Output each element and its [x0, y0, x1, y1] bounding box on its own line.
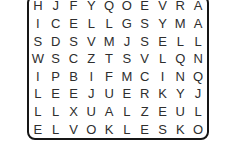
- grid-cell[interactable]: M: [100, 32, 118, 50]
- grid-cell[interactable]: O: [118, 0, 136, 15]
- grid-cell[interactable]: I: [29, 68, 47, 86]
- grid-cell[interactable]: L: [82, 15, 100, 33]
- grid-cell[interactable]: F: [100, 68, 118, 86]
- grid-cell[interactable]: U: [82, 103, 100, 121]
- grid-cell[interactable]: S: [136, 32, 154, 50]
- grid-cell[interactable]: C: [65, 50, 83, 68]
- grid-cell[interactable]: E: [154, 32, 172, 50]
- grid-cell[interactable]: B: [65, 68, 83, 86]
- grid-cell[interactable]: P: [47, 68, 65, 86]
- grid-cell[interactable]: J: [118, 32, 136, 50]
- grid-cell[interactable]: T: [100, 50, 118, 68]
- grid-cell[interactable]: V: [82, 32, 100, 50]
- grid-cell[interactable]: S: [29, 32, 47, 50]
- grid-cell[interactable]: E: [154, 103, 172, 121]
- grid-cell[interactable]: E: [47, 85, 65, 103]
- grid-cell[interactable]: L: [189, 103, 207, 121]
- word-search-board: HJFYQOEVRAICELLGSYMASDSVMJSELLWSCZTSVLQN…: [27, 0, 209, 140]
- grid-cell[interactable]: C: [136, 68, 154, 86]
- grid-cell[interactable]: K: [154, 85, 172, 103]
- grid-cell[interactable]: S: [65, 32, 83, 50]
- grid-cell[interactable]: Y: [171, 85, 189, 103]
- grid-cell[interactable]: E: [136, 0, 154, 15]
- grid-cell[interactable]: M: [118, 68, 136, 86]
- grid-cell[interactable]: A: [189, 15, 207, 33]
- grid-cell[interactable]: X: [65, 103, 83, 121]
- grid-cell[interactable]: U: [100, 85, 118, 103]
- grid-cell[interactable]: Z: [82, 50, 100, 68]
- grid-cell[interactable]: Q: [171, 50, 189, 68]
- grid-cell[interactable]: L: [29, 103, 47, 121]
- grid-cell[interactable]: W: [29, 50, 47, 68]
- grid-cell[interactable]: E: [65, 85, 83, 103]
- grid-cell[interactable]: V: [136, 50, 154, 68]
- grid-cell[interactable]: S: [118, 50, 136, 68]
- grid-cell[interactable]: A: [100, 103, 118, 121]
- grid-cell[interactable]: E: [65, 15, 83, 33]
- grid-cell[interactable]: L: [29, 85, 47, 103]
- grid-cell[interactable]: L: [100, 15, 118, 33]
- grid-cell[interactable]: J: [189, 85, 207, 103]
- grid-cell[interactable]: U: [171, 103, 189, 121]
- grid-cell[interactable]: J: [47, 0, 65, 15]
- grid-cell[interactable]: Z: [136, 103, 154, 121]
- grid-cell[interactable]: L: [171, 32, 189, 50]
- grid-cell[interactable]: K: [100, 120, 118, 138]
- grid-cell[interactable]: O: [82, 120, 100, 138]
- grid-cell[interactable]: L: [154, 50, 172, 68]
- grid-cell[interactable]: E: [29, 120, 47, 138]
- grid-cell[interactable]: A: [189, 0, 207, 15]
- grid-cell[interactable]: C: [47, 15, 65, 33]
- grid-cell[interactable]: Q: [100, 0, 118, 15]
- grid-cell[interactable]: E: [136, 120, 154, 138]
- grid-cell[interactable]: G: [118, 15, 136, 33]
- grid-cell[interactable]: Y: [154, 15, 172, 33]
- grid-cell[interactable]: I: [154, 68, 172, 86]
- grid-cell[interactable]: S: [136, 15, 154, 33]
- grid-cell[interactable]: R: [136, 85, 154, 103]
- grid-cell[interactable]: I: [29, 15, 47, 33]
- grid-cell[interactable]: L: [47, 103, 65, 121]
- grid-cell[interactable]: V: [65, 120, 83, 138]
- grid-cell[interactable]: M: [171, 15, 189, 33]
- grid-cell[interactable]: Y: [82, 0, 100, 15]
- grid-cell[interactable]: H: [29, 0, 47, 15]
- grid-cell[interactable]: L: [118, 103, 136, 121]
- grid-cell[interactable]: I: [82, 68, 100, 86]
- grid-cell[interactable]: V: [154, 0, 172, 15]
- grid-cell[interactable]: R: [171, 0, 189, 15]
- grid-cell[interactable]: O: [189, 120, 207, 138]
- grid-cell[interactable]: J: [82, 85, 100, 103]
- grid-cell[interactable]: E: [118, 85, 136, 103]
- grid-cell[interactable]: L: [189, 32, 207, 50]
- grid-cell[interactable]: Q: [189, 68, 207, 86]
- grid-cell[interactable]: L: [118, 120, 136, 138]
- grid-cell[interactable]: L: [47, 120, 65, 138]
- grid-cell[interactable]: F: [65, 0, 83, 15]
- grid-cell[interactable]: D: [47, 32, 65, 50]
- grid-cell[interactable]: N: [171, 68, 189, 86]
- grid-cell[interactable]: N: [189, 50, 207, 68]
- grid-cell[interactable]: S: [47, 50, 65, 68]
- grid-cell[interactable]: S: [154, 120, 172, 138]
- grid-cell[interactable]: K: [171, 120, 189, 138]
